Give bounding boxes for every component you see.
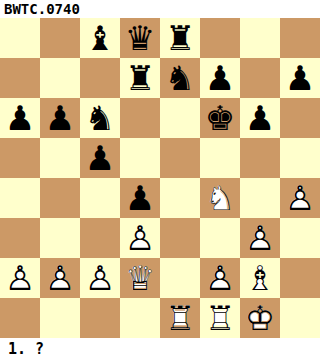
square-b3[interactable] — [40, 218, 80, 258]
square-b1[interactable] — [40, 298, 80, 338]
white-bishop: ♝♗ — [240, 258, 280, 298]
square-b7[interactable] — [40, 58, 80, 98]
square-a2[interactable]: ♟♙ — [0, 258, 40, 298]
black-pawn: ♟ — [280, 58, 320, 98]
square-f1[interactable]: ♜♖ — [200, 298, 240, 338]
square-g4[interactable] — [240, 178, 280, 218]
black-pawn: ♟ — [80, 138, 120, 178]
square-b4[interactable] — [40, 178, 80, 218]
white-pawn: ♟♙ — [80, 258, 120, 298]
square-f3[interactable] — [200, 218, 240, 258]
white-knight: ♞♘ — [200, 178, 240, 218]
square-b2[interactable]: ♟♙ — [40, 258, 80, 298]
square-c5[interactable]: ♟ — [80, 138, 120, 178]
square-f5[interactable] — [200, 138, 240, 178]
square-d1[interactable] — [120, 298, 160, 338]
white-pawn: ♟♙ — [200, 258, 240, 298]
square-g2[interactable]: ♝♗ — [240, 258, 280, 298]
piece-outline: ♙ — [0, 258, 40, 298]
white-pawn: ♟♙ — [40, 258, 80, 298]
square-f8[interactable] — [200, 18, 240, 58]
square-g8[interactable] — [240, 18, 280, 58]
square-c4[interactable] — [80, 178, 120, 218]
title-bar: BWTC.0740 — [0, 0, 320, 18]
square-a8[interactable] — [0, 18, 40, 58]
white-pawn: ♟♙ — [280, 178, 320, 218]
chess-board: ♝♛♜♜♞♟♟♟♟♞♚♟♟♟♞♘♟♙♟♙♟♙♟♙♟♙♟♙♛♕♟♙♝♗♜♖♜♖♚♔ — [0, 18, 320, 338]
square-f7[interactable]: ♟ — [200, 58, 240, 98]
square-e8[interactable]: ♜ — [160, 18, 200, 58]
white-rook: ♜♖ — [200, 298, 240, 338]
square-b5[interactable] — [40, 138, 80, 178]
square-a5[interactable] — [0, 138, 40, 178]
square-h1[interactable] — [280, 298, 320, 338]
square-g6[interactable]: ♟ — [240, 98, 280, 138]
square-g3[interactable]: ♟♙ — [240, 218, 280, 258]
square-c7[interactable] — [80, 58, 120, 98]
square-h8[interactable] — [280, 18, 320, 58]
square-h5[interactable] — [280, 138, 320, 178]
piece-outline: ♙ — [280, 178, 320, 218]
square-c8[interactable]: ♝ — [80, 18, 120, 58]
white-king: ♚♔ — [240, 298, 280, 338]
square-g1[interactable]: ♚♔ — [240, 298, 280, 338]
black-pawn: ♟ — [120, 178, 160, 218]
black-rook: ♜ — [160, 18, 200, 58]
window-title: BWTC.0740 — [0, 1, 80, 17]
square-a6[interactable]: ♟ — [0, 98, 40, 138]
black-knight: ♞ — [80, 98, 120, 138]
square-a1[interactable] — [0, 298, 40, 338]
square-g7[interactable] — [240, 58, 280, 98]
square-c6[interactable]: ♞ — [80, 98, 120, 138]
square-d3[interactable]: ♟♙ — [120, 218, 160, 258]
piece-outline: ♗ — [240, 258, 280, 298]
black-rook: ♜ — [120, 58, 160, 98]
white-pawn: ♟♙ — [240, 218, 280, 258]
square-d6[interactable] — [120, 98, 160, 138]
square-d2[interactable]: ♛♕ — [120, 258, 160, 298]
square-e3[interactable] — [160, 218, 200, 258]
square-a7[interactable] — [0, 58, 40, 98]
footer-bar: 1. ? — [0, 338, 320, 360]
black-king: ♚ — [200, 98, 240, 138]
piece-outline: ♘ — [200, 178, 240, 218]
black-pawn: ♟ — [200, 58, 240, 98]
square-d5[interactable] — [120, 138, 160, 178]
black-bishop: ♝ — [80, 18, 120, 58]
square-c1[interactable] — [80, 298, 120, 338]
square-a4[interactable] — [0, 178, 40, 218]
square-g5[interactable] — [240, 138, 280, 178]
black-pawn: ♟ — [40, 98, 80, 138]
black-knight: ♞ — [160, 58, 200, 98]
piece-outline: ♖ — [200, 298, 240, 338]
square-d7[interactable]: ♜ — [120, 58, 160, 98]
square-a3[interactable] — [0, 218, 40, 258]
black-pawn: ♟ — [240, 98, 280, 138]
square-e4[interactable] — [160, 178, 200, 218]
square-e2[interactable] — [160, 258, 200, 298]
square-c2[interactable]: ♟♙ — [80, 258, 120, 298]
square-e7[interactable]: ♞ — [160, 58, 200, 98]
black-queen: ♛ — [120, 18, 160, 58]
square-f4[interactable]: ♞♘ — [200, 178, 240, 218]
white-pawn: ♟♙ — [0, 258, 40, 298]
piece-outline: ♙ — [200, 258, 240, 298]
square-e5[interactable] — [160, 138, 200, 178]
white-pawn: ♟♙ — [120, 218, 160, 258]
piece-outline: ♕ — [120, 258, 160, 298]
square-h2[interactable] — [280, 258, 320, 298]
square-h4[interactable]: ♟♙ — [280, 178, 320, 218]
piece-outline: ♙ — [240, 218, 280, 258]
square-e6[interactable] — [160, 98, 200, 138]
square-h3[interactable] — [280, 218, 320, 258]
square-d4[interactable]: ♟ — [120, 178, 160, 218]
square-h6[interactable] — [280, 98, 320, 138]
square-b8[interactable] — [40, 18, 80, 58]
piece-outline: ♙ — [40, 258, 80, 298]
piece-outline: ♙ — [120, 218, 160, 258]
square-f6[interactable]: ♚ — [200, 98, 240, 138]
square-d8[interactable]: ♛ — [120, 18, 160, 58]
piece-outline: ♙ — [80, 258, 120, 298]
white-queen: ♛♕ — [120, 258, 160, 298]
square-h7[interactable]: ♟ — [280, 58, 320, 98]
move-prompt: 1. ? — [0, 340, 44, 358]
white-rook: ♜♖ — [160, 298, 200, 338]
black-pawn: ♟ — [0, 98, 40, 138]
square-f2[interactable]: ♟♙ — [200, 258, 240, 298]
square-e1[interactable]: ♜♖ — [160, 298, 200, 338]
piece-outline: ♖ — [160, 298, 200, 338]
square-c3[interactable] — [80, 218, 120, 258]
square-b6[interactable]: ♟ — [40, 98, 80, 138]
piece-outline: ♔ — [240, 298, 280, 338]
